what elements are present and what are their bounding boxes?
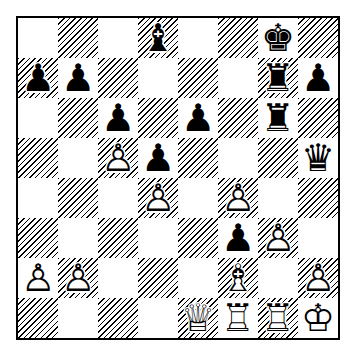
piece-black-queen[interactable]: ♛♛ <box>298 138 338 178</box>
square-f8[interactable] <box>218 18 258 58</box>
square-c1[interactable] <box>98 298 138 338</box>
square-h3[interactable] <box>298 218 338 258</box>
square-g2[interactable] <box>258 258 298 298</box>
square-h1[interactable]: ♚♔ <box>298 298 338 338</box>
square-a5[interactable] <box>18 138 58 178</box>
chess-board: ♝♝♚♚♟♟♟♟♜♜♟♟♟♟♟♟♜♜♟♙♟♟♛♛♟♙♟♙♟♟♟♙♟♙♟♙♝♗♟♙… <box>18 18 338 338</box>
square-f3[interactable]: ♟♟ <box>218 218 258 258</box>
king-glyph: ♚ <box>258 18 298 58</box>
square-c4[interactable] <box>98 178 138 218</box>
square-g5[interactable] <box>258 138 298 178</box>
square-a4[interactable] <box>18 178 58 218</box>
square-b8[interactable] <box>58 18 98 58</box>
piece-white-rook[interactable]: ♜♖ <box>218 298 258 338</box>
pawn-glyph: ♟ <box>138 138 178 178</box>
square-e7[interactable] <box>178 58 218 98</box>
pawn-glyph: ♟ <box>98 98 138 138</box>
piece-black-pawn[interactable]: ♟♟ <box>178 98 218 138</box>
square-b6[interactable] <box>58 98 98 138</box>
rook-glyph: ♜ <box>258 98 298 138</box>
square-b1[interactable] <box>58 298 98 338</box>
piece-black-rook[interactable]: ♜♜ <box>258 98 298 138</box>
square-b3[interactable] <box>58 218 98 258</box>
square-d5[interactable]: ♟♟ <box>138 138 178 178</box>
square-b2[interactable]: ♟♙ <box>58 258 98 298</box>
square-d2[interactable] <box>138 258 178 298</box>
square-e8[interactable] <box>178 18 218 58</box>
square-d1[interactable] <box>138 298 178 338</box>
pawn-glyph: ♙ <box>298 258 338 298</box>
square-h7[interactable]: ♟♟ <box>298 58 338 98</box>
piece-black-pawn[interactable]: ♟♟ <box>218 218 258 258</box>
piece-black-pawn[interactable]: ♟♟ <box>58 58 98 98</box>
piece-white-pawn[interactable]: ♟♙ <box>218 178 258 218</box>
pawn-glyph: ♙ <box>258 218 298 258</box>
square-e5[interactable] <box>178 138 218 178</box>
pawn-glyph: ♙ <box>218 178 258 218</box>
square-g7[interactable]: ♜♜ <box>258 58 298 98</box>
square-e2[interactable] <box>178 258 218 298</box>
piece-black-pawn[interactable]: ♟♟ <box>138 138 178 178</box>
square-f2[interactable]: ♝♗ <box>218 258 258 298</box>
piece-white-pawn[interactable]: ♟♙ <box>18 258 58 298</box>
piece-white-pawn[interactable]: ♟♙ <box>138 178 178 218</box>
pawn-glyph: ♙ <box>18 258 58 298</box>
queen-glyph: ♕ <box>178 298 218 338</box>
square-f5[interactable] <box>218 138 258 178</box>
square-a8[interactable] <box>18 18 58 58</box>
square-e1[interactable]: ♛♕ <box>178 298 218 338</box>
piece-black-pawn[interactable]: ♟♟ <box>298 58 338 98</box>
square-h6[interactable] <box>298 98 338 138</box>
square-e3[interactable] <box>178 218 218 258</box>
square-f7[interactable] <box>218 58 258 98</box>
piece-white-pawn[interactable]: ♟♙ <box>258 218 298 258</box>
pawn-glyph: ♙ <box>98 138 138 178</box>
piece-black-bishop[interactable]: ♝♝ <box>138 18 178 58</box>
square-b5[interactable] <box>58 138 98 178</box>
square-b7[interactable]: ♟♟ <box>58 58 98 98</box>
rook-glyph: ♖ <box>218 298 258 338</box>
pawn-glyph: ♟ <box>298 58 338 98</box>
pawn-glyph: ♙ <box>138 178 178 218</box>
pawn-glyph: ♟ <box>58 58 98 98</box>
piece-white-pawn[interactable]: ♟♙ <box>298 258 338 298</box>
square-a3[interactable] <box>18 218 58 258</box>
square-c5[interactable]: ♟♙ <box>98 138 138 178</box>
piece-black-rook[interactable]: ♜♜ <box>258 58 298 98</box>
square-g4[interactable] <box>258 178 298 218</box>
square-g3[interactable]: ♟♙ <box>258 218 298 258</box>
piece-white-king[interactable]: ♚♔ <box>298 298 338 338</box>
pawn-glyph: ♟ <box>18 58 58 98</box>
square-d4[interactable]: ♟♙ <box>138 178 178 218</box>
square-h5[interactable]: ♛♛ <box>298 138 338 178</box>
square-h2[interactable]: ♟♙ <box>298 258 338 298</box>
square-c7[interactable] <box>98 58 138 98</box>
square-f1[interactable]: ♜♖ <box>218 298 258 338</box>
pawn-glyph: ♟ <box>178 98 218 138</box>
square-e6[interactable]: ♟♟ <box>178 98 218 138</box>
square-c2[interactable] <box>98 258 138 298</box>
square-d6[interactable] <box>138 98 178 138</box>
square-d8[interactable]: ♝♝ <box>138 18 178 58</box>
square-h8[interactable] <box>298 18 338 58</box>
square-c6[interactable]: ♟♟ <box>98 98 138 138</box>
square-g8[interactable]: ♚♚ <box>258 18 298 58</box>
square-f6[interactable] <box>218 98 258 138</box>
queen-glyph: ♛ <box>298 138 338 178</box>
piece-black-pawn[interactable]: ♟♟ <box>98 98 138 138</box>
bishop-glyph: ♝ <box>138 18 178 58</box>
square-h4[interactable] <box>298 178 338 218</box>
square-c3[interactable] <box>98 218 138 258</box>
square-c8[interactable] <box>98 18 138 58</box>
square-g1[interactable]: ♜♖ <box>258 298 298 338</box>
piece-black-king[interactable]: ♚♚ <box>258 18 298 58</box>
square-b4[interactable] <box>58 178 98 218</box>
square-g6[interactable]: ♜♜ <box>258 98 298 138</box>
king-glyph: ♔ <box>298 298 338 338</box>
square-a2[interactable]: ♟♙ <box>18 258 58 298</box>
rook-glyph: ♜ <box>258 58 298 98</box>
piece-white-rook[interactable]: ♜♖ <box>258 298 298 338</box>
piece-white-queen[interactable]: ♛♕ <box>178 298 218 338</box>
piece-white-pawn[interactable]: ♟♙ <box>98 138 138 178</box>
square-a1[interactable] <box>18 298 58 338</box>
piece-white-bishop[interactable]: ♝♗ <box>218 258 258 298</box>
piece-black-pawn[interactable]: ♟♟ <box>18 58 58 98</box>
square-a6[interactable] <box>18 98 58 138</box>
bishop-glyph: ♗ <box>218 258 258 298</box>
chess-board-diagram: ♝♝♚♚♟♟♟♟♜♜♟♟♟♟♟♟♜♜♟♙♟♟♛♛♟♙♟♙♟♟♟♙♟♙♟♙♝♗♟♙… <box>16 16 340 340</box>
square-d3[interactable] <box>138 218 178 258</box>
pawn-glyph: ♙ <box>58 258 98 298</box>
rook-glyph: ♖ <box>258 298 298 338</box>
square-a7[interactable]: ♟♟ <box>18 58 58 98</box>
pawn-glyph: ♟ <box>218 218 258 258</box>
square-f4[interactable]: ♟♙ <box>218 178 258 218</box>
square-e4[interactable] <box>178 178 218 218</box>
square-d7[interactable] <box>138 58 178 98</box>
piece-white-pawn[interactable]: ♟♙ <box>58 258 98 298</box>
